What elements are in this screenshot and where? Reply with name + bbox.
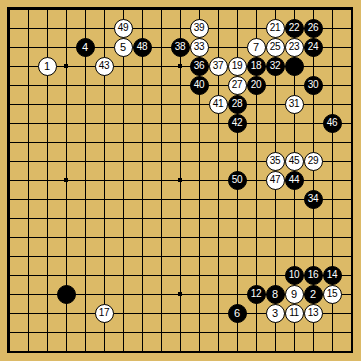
stone-number: 13 [308, 308, 318, 318]
stone-white-49: 49 [114, 19, 133, 38]
stone-black-40: 40 [190, 76, 209, 95]
stone-black-24: 24 [304, 38, 323, 57]
stone-black-34: 34 [304, 190, 323, 209]
stone-number: 17 [99, 308, 109, 318]
stone-number: 38 [175, 42, 185, 52]
stone-black-8: 8 [266, 285, 285, 304]
stone-black-16: 16 [304, 266, 323, 285]
stone-number: 4 [82, 42, 88, 53]
stone-white-3: 3 [266, 304, 285, 323]
stone-number: 37 [213, 61, 223, 71]
stone-number: 9 [291, 289, 297, 300]
stone-number: 43 [99, 61, 109, 71]
stone-number: 44 [289, 175, 299, 185]
stone-black-26: 26 [304, 19, 323, 38]
stone-number: 12 [251, 289, 261, 299]
stone-white-31: 31 [285, 95, 304, 114]
stone-number: 11 [289, 308, 299, 318]
stone-number: 35 [270, 156, 280, 166]
go-board: 1234567891011121314151617181920212223242… [0, 0, 361, 361]
stone-white-23: 23 [285, 38, 304, 57]
stone-number: 49 [118, 23, 128, 33]
stone-number: 48 [137, 42, 147, 52]
stone-black-50: 50 [228, 171, 247, 190]
stone-number: 22 [289, 23, 299, 33]
stone-black-42: 42 [228, 114, 247, 133]
stone-black-22: 22 [285, 19, 304, 38]
stone-black-38: 38 [171, 38, 190, 57]
stone-black-32: 32 [266, 57, 285, 76]
stone-black-48: 48 [133, 38, 152, 57]
stone-number: 3 [272, 308, 278, 319]
stone-number: 19 [232, 61, 242, 71]
stone-black-28: 28 [228, 95, 247, 114]
stone-number: 26 [308, 23, 318, 33]
stone-number: 46 [327, 118, 337, 128]
stone-black-30: 30 [304, 76, 323, 95]
stone-white-37: 37 [209, 57, 228, 76]
stone-black-2: 2 [304, 285, 323, 304]
stone-number: 29 [308, 156, 318, 166]
stone-white-15: 15 [323, 285, 342, 304]
stone-white-25: 25 [266, 38, 285, 57]
stone-black-10: 10 [285, 266, 304, 285]
stone-number: 45 [289, 156, 299, 166]
stone-number: 31 [289, 99, 299, 109]
stones-layer: 1234567891011121314151617181920212223242… [0, 0, 361, 361]
stone-number: 7 [253, 42, 259, 53]
stone-white-33: 33 [190, 38, 209, 57]
stone-number: 36 [194, 61, 204, 71]
stone-white-19: 19 [228, 57, 247, 76]
stone-white-41: 41 [209, 95, 228, 114]
stone-number: 5 [120, 42, 126, 53]
setup-stone-black-D4 [57, 285, 76, 304]
stone-number: 40 [194, 80, 204, 90]
stone-black-46: 46 [323, 114, 342, 133]
stone-number: 50 [232, 175, 242, 185]
stone-number: 34 [308, 194, 318, 204]
stone-black-14: 14 [323, 266, 342, 285]
stone-number: 39 [194, 23, 204, 33]
stone-white-43: 43 [95, 57, 114, 76]
stone-number: 33 [194, 42, 204, 52]
stone-white-1: 1 [38, 57, 57, 76]
stone-number: 28 [232, 99, 242, 109]
setup-stone-black-Q16 [285, 57, 304, 76]
stone-number: 14 [327, 270, 337, 280]
stone-black-12: 12 [247, 285, 266, 304]
stone-number: 8 [272, 289, 278, 300]
stone-white-17: 17 [95, 304, 114, 323]
stone-black-36: 36 [190, 57, 209, 76]
stone-number: 1 [44, 61, 50, 72]
stone-white-47: 47 [266, 171, 285, 190]
stone-number: 2 [310, 289, 316, 300]
stone-white-13: 13 [304, 304, 323, 323]
stone-white-27: 27 [228, 76, 247, 95]
stone-number: 10 [289, 270, 299, 280]
stone-white-5: 5 [114, 38, 133, 57]
stone-black-20: 20 [247, 76, 266, 95]
stone-number: 6 [234, 308, 240, 319]
stone-white-29: 29 [304, 152, 323, 171]
stone-white-21: 21 [266, 19, 285, 38]
stone-black-6: 6 [228, 304, 247, 323]
stone-number: 18 [251, 61, 261, 71]
stone-number: 47 [270, 175, 280, 185]
stone-number: 30 [308, 80, 318, 90]
stone-number: 41 [213, 99, 223, 109]
stone-number: 23 [289, 42, 299, 52]
stone-number: 24 [308, 42, 318, 52]
stone-white-7: 7 [247, 38, 266, 57]
stone-number: 25 [270, 42, 280, 52]
stone-number: 20 [251, 80, 261, 90]
stone-number: 21 [270, 23, 280, 33]
stone-white-39: 39 [190, 19, 209, 38]
stone-number: 16 [308, 270, 318, 280]
stone-number: 15 [327, 289, 337, 299]
stone-white-35: 35 [266, 152, 285, 171]
stone-black-4: 4 [76, 38, 95, 57]
stone-white-11: 11 [285, 304, 304, 323]
stone-white-45: 45 [285, 152, 304, 171]
stone-number: 32 [270, 61, 280, 71]
stone-white-9: 9 [285, 285, 304, 304]
stone-black-18: 18 [247, 57, 266, 76]
stone-number: 42 [232, 118, 242, 128]
stone-black-44: 44 [285, 171, 304, 190]
stone-number: 27 [232, 80, 242, 90]
